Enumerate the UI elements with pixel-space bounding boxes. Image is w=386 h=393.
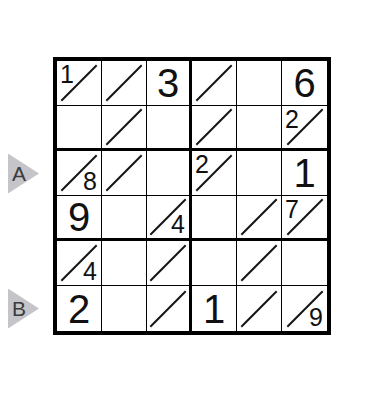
given-top-digit: 2 <box>195 152 209 177</box>
cell-r1c3[interactable]: 3 <box>147 61 192 106</box>
cell-r1c6[interactable]: 6 <box>282 61 327 106</box>
cell-r5c6[interactable] <box>282 241 327 286</box>
diagonal-slash <box>106 65 143 102</box>
cell-r2c1[interactable] <box>57 106 102 151</box>
diagonal-slash <box>241 245 278 282</box>
given-bottom-digit: 4 <box>83 259 97 284</box>
cell-r3c4[interactable]: 2 <box>192 151 237 196</box>
cell-r2c3[interactable] <box>147 106 192 151</box>
given-top-digit: 2 <box>285 107 299 132</box>
diagonal-slash <box>150 245 187 282</box>
cell-r2c5[interactable] <box>237 106 282 151</box>
puzzle-canvas: 13628219474219 AB <box>0 0 386 393</box>
cell-r1c4[interactable] <box>192 61 237 106</box>
cell-r5c5[interactable] <box>237 241 282 286</box>
cell-r3c6[interactable]: 1 <box>282 151 327 196</box>
cell-r1c2[interactable] <box>102 61 147 106</box>
diagonal-slash <box>106 109 143 146</box>
cell-r5c3[interactable] <box>147 241 192 286</box>
cell-r5c1[interactable]: 4 <box>57 241 102 286</box>
cell-r6c6[interactable]: 9 <box>282 286 327 331</box>
cell-r4c6[interactable]: 7 <box>282 196 327 241</box>
given-digit: 2 <box>57 286 101 331</box>
given-digit: 3 <box>147 61 189 105</box>
given-top-digit: 1 <box>60 62 74 87</box>
cell-r4c1[interactable]: 9 <box>57 196 102 241</box>
cell-r4c4[interactable] <box>192 196 237 241</box>
cell-r5c2[interactable] <box>102 241 147 286</box>
cell-r4c2[interactable] <box>102 196 147 241</box>
marker-label: A <box>12 154 26 194</box>
cell-r2c2[interactable] <box>102 106 147 151</box>
diagonal-slash <box>196 65 233 102</box>
cell-r3c1[interactable]: 8 <box>57 151 102 196</box>
answer-row-marker-a: A <box>8 154 39 194</box>
cell-r3c5[interactable] <box>237 151 282 196</box>
diagonal-slash <box>241 290 278 327</box>
given-top-digit: 7 <box>285 197 299 222</box>
diagonal-slash <box>106 155 143 192</box>
cell-r5c4[interactable] <box>192 241 237 286</box>
given-digit: 9 <box>57 196 101 238</box>
cell-r1c5[interactable] <box>237 61 282 106</box>
cell-r1c1[interactable]: 1 <box>57 61 102 106</box>
diagonal-slash <box>150 290 187 327</box>
sudoku-board: 13628219474219 <box>53 57 331 335</box>
cell-r6c4[interactable]: 1 <box>192 286 237 331</box>
cell-r4c5[interactable] <box>237 196 282 241</box>
marker-label: B <box>12 289 26 329</box>
cell-r6c2[interactable] <box>102 286 147 331</box>
diagonal-slash <box>241 199 278 236</box>
cell-r6c1[interactable]: 2 <box>57 286 102 331</box>
given-bottom-digit: 4 <box>171 212 185 237</box>
cell-r2c4[interactable] <box>192 106 237 151</box>
cell-r3c2[interactable] <box>102 151 147 196</box>
cell-r6c5[interactable] <box>237 286 282 331</box>
cell-r3c3[interactable] <box>147 151 192 196</box>
cell-r4c3[interactable]: 4 <box>147 196 192 241</box>
cell-r2c6[interactable]: 2 <box>282 106 327 151</box>
given-digit: 1 <box>282 151 327 195</box>
cell-r6c3[interactable] <box>147 286 192 331</box>
given-bottom-digit: 9 <box>309 305 323 330</box>
given-digit: 1 <box>192 286 236 331</box>
diagonal-slash <box>196 109 233 146</box>
given-bottom-digit: 8 <box>83 169 97 194</box>
answer-row-marker-b: B <box>8 289 39 329</box>
given-digit: 6 <box>282 61 327 105</box>
